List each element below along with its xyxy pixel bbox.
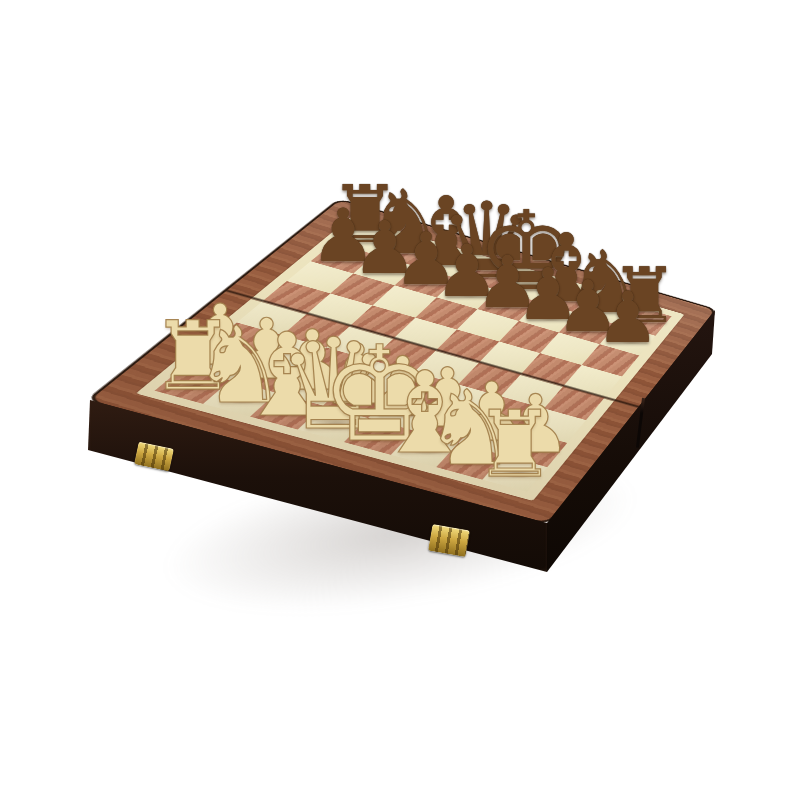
product-photo: ♜♞♟♝♟♛♟♚♟♝♟♞♟♜♟♟♟♟♜♟♞♟♝♟♛♟♚♟♝♟♞♜ xyxy=(0,0,800,800)
black-pawn[interactable]: ♟ xyxy=(596,283,659,354)
white-rook[interactable]: ♜ xyxy=(474,399,556,491)
pieces-layer: ♜♞♟♝♟♛♟♚♟♝♟♞♟♜♟♟♟♟♜♟♞♟♝♟♛♟♚♟♝♟♞♜ xyxy=(0,0,800,800)
